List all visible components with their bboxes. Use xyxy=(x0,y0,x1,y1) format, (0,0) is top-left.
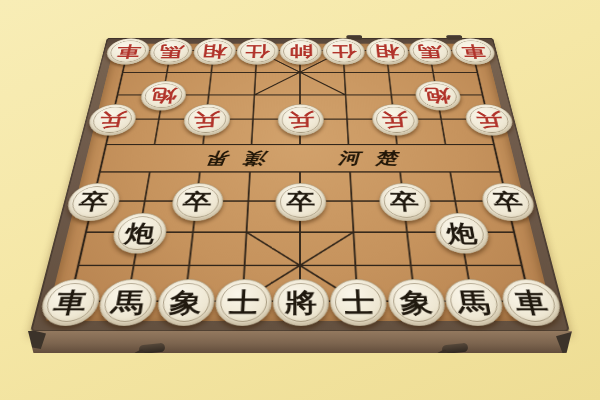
corner-bracket-icon xyxy=(556,329,582,353)
river-label-han-jie: 漢界 xyxy=(181,146,294,171)
latch-icon[interactable] xyxy=(436,344,468,356)
piece-character: 仕 xyxy=(245,44,270,59)
board-surface: 漢界 河楚 車馬相仕帥仕相馬車炮炮兵兵兵兵兵卒卒卒卒卒炮炮車馬象士將士象馬車 xyxy=(46,44,555,321)
xiangqi-board: 漢界 河楚 車馬相仕帥仕相馬車炮炮兵兵兵兵兵卒卒卒卒卒炮炮車馬象士將士象馬車 xyxy=(30,38,570,332)
piece-character: 士 xyxy=(226,289,260,316)
piece-character: 車 xyxy=(114,44,141,59)
piece-character: 車 xyxy=(52,289,90,316)
piece-black-soldier[interactable]: 卒 xyxy=(275,183,327,221)
piece-red-general[interactable]: 帥 xyxy=(279,38,322,64)
piece-character: 將 xyxy=(285,289,317,316)
piece-character: 炮 xyxy=(424,87,452,104)
photo-scene: 漢界 河楚 車馬相仕帥仕相馬車炮炮兵兵兵兵兵卒卒卒卒卒炮炮車馬象士將士象馬車 xyxy=(0,0,600,400)
piece-character: 兵 xyxy=(288,111,314,129)
piece-character: 卒 xyxy=(182,191,213,213)
piece-character: 馬 xyxy=(110,289,147,316)
piece-character: 炮 xyxy=(445,221,479,244)
piece-character: 象 xyxy=(399,289,434,316)
piece-character: 馬 xyxy=(417,44,444,59)
piece-character: 仕 xyxy=(332,44,357,59)
piece-character: 炮 xyxy=(149,87,177,104)
piece-character: 帥 xyxy=(289,44,313,59)
wooden-frame: 漢界 河楚 車馬相仕帥仕相馬車炮炮兵兵兵兵兵卒卒卒卒卒炮炮車馬象士將士象馬車 xyxy=(30,38,570,332)
box-front-edge xyxy=(28,331,572,353)
latch-icon[interactable] xyxy=(133,344,165,356)
piece-character: 馬 xyxy=(455,289,492,316)
piece-red-soldier[interactable]: 兵 xyxy=(277,104,324,135)
piece-character: 炮 xyxy=(123,221,157,244)
piece-character: 兵 xyxy=(474,111,504,129)
piece-character: 卒 xyxy=(77,191,111,213)
piece-character: 車 xyxy=(460,44,487,59)
river-label-chu-he: 河楚 xyxy=(311,146,424,171)
piece-character: 相 xyxy=(374,44,400,59)
piece-character: 馬 xyxy=(158,44,185,59)
piece-character: 車 xyxy=(512,289,550,316)
piece-character: 兵 xyxy=(381,111,409,129)
piece-character: 兵 xyxy=(192,111,220,129)
piece-character: 兵 xyxy=(97,111,127,129)
piece-character: 相 xyxy=(201,44,227,59)
piece-character: 卒 xyxy=(286,191,315,213)
piece-character: 卒 xyxy=(491,191,525,213)
piece-character: 士 xyxy=(342,289,376,316)
piece-character: 象 xyxy=(168,289,203,316)
piece-character: 卒 xyxy=(389,191,420,213)
